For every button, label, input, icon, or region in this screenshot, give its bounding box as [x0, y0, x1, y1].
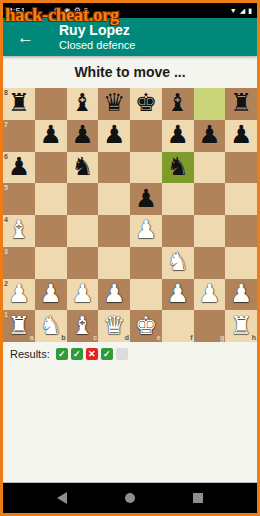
nav-back-icon[interactable] — [57, 492, 67, 504]
square-d5[interactable] — [98, 183, 130, 215]
app-screen: hack-cheat.org 4:51 ⚙◉⚙▯ ▼◢▮ ← Ruy Lopez… — [0, 0, 260, 516]
gear-icon: ⚙ — [74, 6, 81, 15]
piece-black-pawn: ♟ — [71, 122, 93, 147]
file-label-e: e — [157, 334, 161, 341]
square-g3[interactable] — [194, 247, 226, 279]
square-e4[interactable]: ♟ — [130, 215, 162, 247]
square-c3[interactable] — [67, 247, 99, 279]
results-label: Results: — [10, 348, 50, 360]
square-h5[interactable] — [225, 183, 257, 215]
piece-black-knight: ♞ — [71, 154, 93, 179]
file-label-f: f — [190, 334, 192, 341]
wifi-icon: ▼ — [230, 7, 237, 14]
piece-black-bishop: ♝ — [166, 90, 188, 115]
file-label-g: g — [220, 334, 224, 341]
rank-label-7: 7 — [4, 121, 8, 128]
square-g5[interactable] — [194, 183, 226, 215]
piece-white-bishop: ♝ — [8, 217, 30, 242]
square-a6[interactable]: 6♟ — [3, 152, 35, 184]
square-c5[interactable] — [67, 183, 99, 215]
piece-black-pawn: ♟ — [230, 122, 252, 147]
square-f8[interactable]: ♝ — [162, 88, 194, 120]
nav-home-icon[interactable] — [125, 493, 135, 503]
square-a2[interactable]: 2♟ — [3, 279, 35, 311]
piece-white-pawn: ♟ — [230, 281, 252, 306]
piece-white-pawn: ♟ — [198, 281, 220, 306]
square-b5[interactable] — [35, 183, 67, 215]
square-h3[interactable] — [225, 247, 257, 279]
square-b1[interactable]: b♞ — [35, 310, 67, 342]
rank-label-6: 6 — [4, 153, 8, 160]
square-g4[interactable] — [194, 215, 226, 247]
square-e2[interactable] — [130, 279, 162, 311]
square-d2[interactable]: ♟ — [98, 279, 130, 311]
result-pass-icon: ✓ — [71, 348, 83, 360]
piece-black-rook: ♜ — [8, 90, 30, 115]
square-d3[interactable] — [98, 247, 130, 279]
square-g1[interactable]: g — [194, 310, 226, 342]
results-icons: ✓✓✕✓ — [56, 348, 128, 360]
piece-white-king: ♚ — [135, 313, 157, 338]
square-g6[interactable] — [194, 152, 226, 184]
piece-white-pawn: ♟ — [135, 217, 157, 242]
signal-icon: ◢ — [240, 7, 245, 15]
square-f4[interactable] — [162, 215, 194, 247]
piece-white-rook: ♜ — [8, 313, 30, 338]
square-h6[interactable] — [225, 152, 257, 184]
piece-black-pawn: ♟ — [198, 122, 220, 147]
square-f3[interactable]: ♞ — [162, 247, 194, 279]
square-c7[interactable]: ♟ — [67, 120, 99, 152]
square-a4[interactable]: 4♝ — [3, 215, 35, 247]
square-b2[interactable]: ♟ — [35, 279, 67, 311]
rank-label-2: 2 — [4, 280, 8, 287]
square-d7[interactable]: ♟ — [98, 120, 130, 152]
square-e3[interactable] — [130, 247, 162, 279]
square-c2[interactable]: ♟ — [67, 279, 99, 311]
square-d4[interactable] — [98, 215, 130, 247]
piece-white-knight: ♞ — [166, 249, 188, 274]
gear-icon: ⚙ — [54, 6, 61, 15]
square-d6[interactable] — [98, 152, 130, 184]
piece-black-knight: ♞ — [166, 154, 188, 179]
piece-black-bishop: ♝ — [71, 90, 93, 115]
square-b7[interactable]: ♟ — [35, 120, 67, 152]
square-g7[interactable]: ♟ — [194, 120, 226, 152]
file-label-a: a — [30, 334, 34, 341]
file-label-b: b — [61, 334, 65, 341]
square-c8[interactable]: ♝ — [67, 88, 99, 120]
square-d8[interactable]: ♛ — [98, 88, 130, 120]
result-pass-icon: ✓ — [56, 348, 68, 360]
square-e6[interactable] — [130, 152, 162, 184]
side-to-move-prompt: White to move ... — [74, 64, 185, 80]
square-f7[interactable]: ♟ — [162, 120, 194, 152]
square-c4[interactable] — [67, 215, 99, 247]
square-c6[interactable]: ♞ — [67, 152, 99, 184]
square-e5[interactable]: ♟ — [130, 183, 162, 215]
result-empty-icon — [116, 348, 128, 360]
square-g8[interactable] — [194, 88, 226, 120]
status-bar: 4:51 ⚙◉⚙▯ ▼◢▮ — [3, 3, 257, 18]
piece-black-pawn: ♟ — [39, 122, 61, 147]
back-arrow-icon[interactable]: ← — [17, 29, 41, 46]
file-label-c: c — [93, 334, 97, 341]
file-label-h: h — [252, 334, 256, 341]
square-h4[interactable] — [225, 215, 257, 247]
square-h2[interactable]: ♟ — [225, 279, 257, 311]
square-a7[interactable]: 7 — [3, 120, 35, 152]
piece-white-pawn: ♟ — [166, 281, 188, 306]
square-g2[interactable]: ♟ — [194, 279, 226, 311]
square-d1[interactable]: d♛ — [98, 310, 130, 342]
notification-icons: ⚙◉⚙▯ — [54, 6, 89, 15]
app-bar-titles: Ruy Lopez Closed defence — [59, 22, 135, 52]
rank-label-8: 8 — [4, 89, 8, 96]
piece-white-queen: ♛ — [103, 313, 125, 338]
piece-black-pawn: ♟ — [8, 154, 30, 179]
square-h1[interactable]: h♜ — [225, 310, 257, 342]
app-circle-icon: ◉ — [64, 6, 71, 15]
chess-board: 8♜♝♛♚♝♜7♟♟♟♟♟♟6♟♞♞5♟4♝♟3♞2♟♟♟♟♟♟♟1a♜b♞c♝… — [3, 88, 257, 342]
page-subtitle: Closed defence — [59, 39, 135, 52]
square-e7[interactable] — [130, 120, 162, 152]
square-b4[interactable] — [35, 215, 67, 247]
square-a5[interactable]: 5 — [3, 183, 35, 215]
page-title: Ruy Lopez — [59, 22, 135, 39]
rank-label-4: 4 — [4, 216, 8, 223]
square-e8[interactable]: ♚ — [130, 88, 162, 120]
square-f5[interactable] — [162, 183, 194, 215]
piece-white-bishop: ♝ — [71, 313, 93, 338]
battery-icon: ▮ — [248, 7, 252, 15]
status-clock: 4:51 — [8, 6, 26, 16]
square-e1[interactable]: e♚ — [130, 310, 162, 342]
result-pass-icon: ✓ — [101, 348, 113, 360]
square-a3[interactable]: 3 — [3, 247, 35, 279]
rank-label-5: 5 — [4, 184, 8, 191]
square-a1[interactable]: 1a♜ — [3, 310, 35, 342]
piece-white-pawn: ♟ — [103, 281, 125, 306]
square-b6[interactable] — [35, 152, 67, 184]
piece-black-queen: ♛ — [103, 90, 125, 115]
square-b3[interactable] — [35, 247, 67, 279]
rank-label-3: 3 — [4, 248, 8, 255]
rank-label-1: 1 — [4, 311, 8, 318]
piece-white-pawn: ♟ — [8, 281, 30, 306]
sim-card-icon: ▯ — [84, 6, 88, 15]
piece-black-pawn: ♟ — [135, 186, 157, 211]
square-h8[interactable]: ♜ — [225, 88, 257, 120]
android-nav-bar — [3, 483, 257, 513]
square-f1[interactable]: f — [162, 310, 194, 342]
square-h7[interactable]: ♟ — [225, 120, 257, 152]
piece-black-king: ♚ — [135, 90, 157, 115]
nav-recents-icon[interactable] — [193, 493, 203, 503]
square-f6[interactable]: ♞ — [162, 152, 194, 184]
square-f2[interactable]: ♟ — [162, 279, 194, 311]
square-c1[interactable]: c♝ — [67, 310, 99, 342]
prompt-row: White to move ... — [3, 56, 257, 88]
result-fail-icon: ✕ — [86, 348, 98, 360]
piece-black-pawn: ♟ — [103, 122, 125, 147]
piece-black-pawn: ♟ — [166, 122, 188, 147]
content-filler — [3, 361, 257, 483]
piece-white-pawn: ♟ — [39, 281, 61, 306]
piece-black-rook: ♜ — [230, 90, 252, 115]
app-bar: ← Ruy Lopez Closed defence — [3, 18, 257, 56]
piece-white-knight: ♞ — [39, 313, 61, 338]
piece-white-pawn: ♟ — [71, 281, 93, 306]
results-row: Results: ✓✓✕✓ — [10, 347, 257, 361]
status-system-icons: ▼◢▮ — [230, 7, 252, 15]
file-label-d: d — [125, 334, 129, 341]
square-b8[interactable] — [35, 88, 67, 120]
square-a8[interactable]: 8♜ — [3, 88, 35, 120]
piece-white-rook: ♜ — [230, 313, 252, 338]
